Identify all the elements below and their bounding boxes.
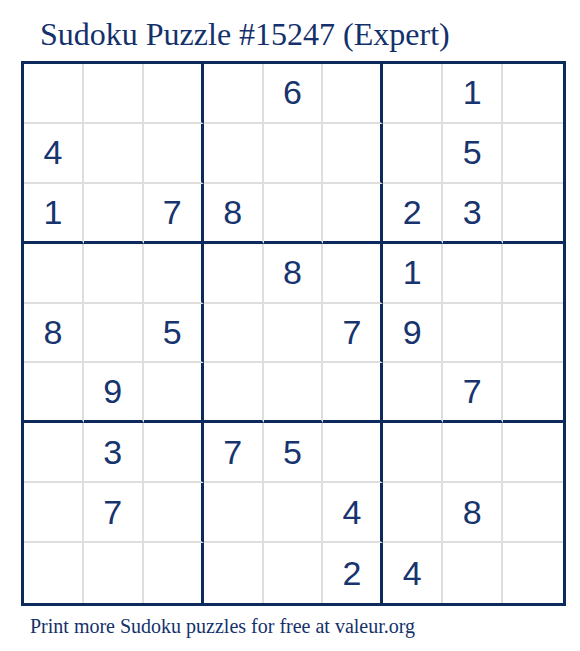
sudoku-cell[interactable]: 7 bbox=[323, 304, 383, 364]
sudoku-cell[interactable]: 4 bbox=[383, 543, 443, 603]
sudoku-cell[interactable] bbox=[503, 124, 563, 184]
sudoku-cell[interactable] bbox=[204, 124, 264, 184]
sudoku-cell[interactable] bbox=[323, 124, 383, 184]
sudoku-cell[interactable] bbox=[503, 543, 563, 603]
sudoku-cell[interactable] bbox=[503, 184, 563, 244]
footer-credit: Print more Sudoku puzzles for free at va… bbox=[30, 614, 415, 638]
sudoku-cell[interactable] bbox=[383, 64, 443, 124]
sudoku-cell[interactable]: 3 bbox=[443, 184, 503, 244]
sudoku-cell[interactable]: 8 bbox=[24, 304, 84, 364]
sudoku-cell[interactable] bbox=[144, 64, 204, 124]
sudoku-cell[interactable]: 1 bbox=[383, 244, 443, 304]
sudoku-cell[interactable] bbox=[264, 304, 324, 364]
sudoku-cell[interactable] bbox=[264, 483, 324, 543]
sudoku-cell[interactable] bbox=[84, 304, 144, 364]
sudoku-cell[interactable]: 8 bbox=[204, 184, 264, 244]
sudoku-cell[interactable] bbox=[323, 363, 383, 423]
sudoku-cell[interactable] bbox=[84, 124, 144, 184]
sudoku-cell[interactable] bbox=[204, 543, 264, 603]
sudoku-cell[interactable] bbox=[383, 363, 443, 423]
sudoku-cell[interactable] bbox=[84, 64, 144, 124]
sudoku-cell[interactable] bbox=[84, 244, 144, 304]
sudoku-cell[interactable] bbox=[323, 423, 383, 483]
sudoku-cell[interactable]: 4 bbox=[24, 124, 84, 184]
sudoku-cell[interactable]: 5 bbox=[443, 124, 503, 184]
sudoku-cell[interactable] bbox=[84, 543, 144, 603]
sudoku-cell[interactable] bbox=[144, 244, 204, 304]
sudoku-cell[interactable] bbox=[443, 304, 503, 364]
sudoku-cell[interactable] bbox=[24, 244, 84, 304]
sudoku-cell[interactable]: 8 bbox=[264, 244, 324, 304]
sudoku-cell[interactable] bbox=[144, 543, 204, 603]
sudoku-cell[interactable] bbox=[503, 304, 563, 364]
sudoku-board: 6145178238185799737574824 bbox=[21, 61, 566, 606]
sudoku-cell[interactable] bbox=[503, 423, 563, 483]
sudoku-cell[interactable]: 4 bbox=[323, 483, 383, 543]
sudoku-cell[interactable] bbox=[144, 363, 204, 423]
sudoku-cell[interactable] bbox=[443, 423, 503, 483]
sudoku-cell[interactable] bbox=[503, 64, 563, 124]
sudoku-cell[interactable] bbox=[264, 543, 324, 603]
sudoku-cell[interactable]: 8 bbox=[443, 483, 503, 543]
sudoku-cell[interactable]: 7 bbox=[204, 423, 264, 483]
sudoku-cell[interactable] bbox=[503, 363, 563, 423]
sudoku-cell[interactable]: 5 bbox=[144, 304, 204, 364]
sudoku-cell[interactable] bbox=[383, 124, 443, 184]
sudoku-cell[interactable] bbox=[383, 483, 443, 543]
sudoku-cell[interactable]: 9 bbox=[383, 304, 443, 364]
sudoku-cell[interactable] bbox=[144, 124, 204, 184]
sudoku-cell[interactable] bbox=[24, 483, 84, 543]
sudoku-cell[interactable] bbox=[204, 363, 264, 423]
sudoku-cell[interactable] bbox=[24, 64, 84, 124]
sudoku-cell[interactable] bbox=[323, 184, 383, 244]
sudoku-cell[interactable] bbox=[204, 483, 264, 543]
sudoku-cell[interactable] bbox=[503, 483, 563, 543]
sudoku-cell[interactable]: 7 bbox=[443, 363, 503, 423]
sudoku-cell[interactable] bbox=[144, 483, 204, 543]
sudoku-cell[interactable] bbox=[503, 244, 563, 304]
sudoku-cell[interactable] bbox=[323, 244, 383, 304]
sudoku-cell[interactable] bbox=[24, 543, 84, 603]
sudoku-cell[interactable]: 2 bbox=[323, 543, 383, 603]
sudoku-cell[interactable] bbox=[264, 363, 324, 423]
sudoku-cell[interactable] bbox=[323, 64, 383, 124]
sudoku-cell[interactable]: 7 bbox=[144, 184, 204, 244]
sudoku-cell[interactable] bbox=[24, 363, 84, 423]
sudoku-cell[interactable]: 2 bbox=[383, 184, 443, 244]
sudoku-cell[interactable]: 3 bbox=[84, 423, 144, 483]
sudoku-cell[interactable] bbox=[264, 184, 324, 244]
sudoku-cell[interactable] bbox=[264, 124, 324, 184]
sudoku-cell[interactable] bbox=[443, 244, 503, 304]
sudoku-cell[interactable]: 1 bbox=[24, 184, 84, 244]
sudoku-cell[interactable] bbox=[84, 184, 144, 244]
sudoku-cell[interactable] bbox=[443, 543, 503, 603]
sudoku-cell[interactable]: 1 bbox=[443, 64, 503, 124]
sudoku-cell[interactable] bbox=[144, 423, 204, 483]
sudoku-cell[interactable] bbox=[204, 64, 264, 124]
sudoku-cell[interactable] bbox=[204, 244, 264, 304]
sudoku-cell[interactable] bbox=[24, 423, 84, 483]
sudoku-cell[interactable] bbox=[383, 423, 443, 483]
sudoku-cell[interactable]: 9 bbox=[84, 363, 144, 423]
sudoku-cell[interactable]: 7 bbox=[84, 483, 144, 543]
sudoku-cell[interactable]: 6 bbox=[264, 64, 324, 124]
sudoku-cell[interactable] bbox=[204, 304, 264, 364]
sudoku-page: Sudoku Puzzle #15247 (Expert) 6145178238… bbox=[0, 0, 580, 651]
sudoku-cell[interactable]: 5 bbox=[264, 423, 324, 483]
page-title: Sudoku Puzzle #15247 (Expert) bbox=[40, 17, 450, 52]
